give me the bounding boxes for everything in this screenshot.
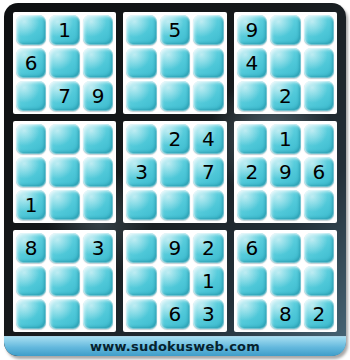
cell-r2c7[interactable]: 4 bbox=[237, 48, 267, 78]
cell-r7c8[interactable] bbox=[270, 233, 300, 263]
cell-r1c4[interactable] bbox=[126, 15, 156, 45]
cell-r9c4[interactable] bbox=[126, 299, 156, 329]
cell-r4c1[interactable] bbox=[16, 124, 46, 154]
box-2: 5 bbox=[123, 12, 226, 114]
cell-r1c7[interactable]: 9 bbox=[237, 15, 267, 45]
cell-r5c3[interactable] bbox=[83, 157, 113, 187]
cell-r5c1[interactable] bbox=[16, 157, 46, 187]
box-3: 942 bbox=[234, 12, 337, 114]
cell-r6c4[interactable] bbox=[126, 190, 156, 220]
cell-r4c9[interactable] bbox=[304, 124, 334, 154]
cell-r1c2[interactable]: 1 bbox=[49, 15, 79, 45]
cell-r8c9[interactable] bbox=[304, 266, 334, 296]
cell-r5c9[interactable]: 6 bbox=[304, 157, 334, 187]
cell-r8c2[interactable] bbox=[49, 266, 79, 296]
box-6: 1296 bbox=[234, 121, 337, 223]
cell-r3c1[interactable] bbox=[16, 81, 46, 111]
cell-r2c4[interactable] bbox=[126, 48, 156, 78]
cell-r2c8[interactable] bbox=[270, 48, 300, 78]
website-link[interactable]: www.sudokusweb.com bbox=[90, 339, 260, 354]
cell-r8c7[interactable] bbox=[237, 266, 267, 296]
cell-r6c7[interactable] bbox=[237, 190, 267, 220]
cell-r1c5[interactable]: 5 bbox=[160, 15, 190, 45]
cell-r9c9[interactable]: 2 bbox=[304, 299, 334, 329]
cell-r7c7[interactable]: 6 bbox=[237, 233, 267, 263]
cell-r7c9[interactable] bbox=[304, 233, 334, 263]
box-4: 1 bbox=[13, 121, 116, 223]
cell-r1c1[interactable] bbox=[16, 15, 46, 45]
cell-r6c5[interactable] bbox=[160, 190, 190, 220]
cell-r1c3[interactable] bbox=[83, 15, 113, 45]
cell-r1c8[interactable] bbox=[270, 15, 300, 45]
cell-r3c9[interactable] bbox=[304, 81, 334, 111]
cell-r2c9[interactable] bbox=[304, 48, 334, 78]
box-5: 2437 bbox=[123, 121, 226, 223]
cell-r5c7[interactable]: 2 bbox=[237, 157, 267, 187]
cell-r7c5[interactable]: 9 bbox=[160, 233, 190, 263]
cell-r4c3[interactable] bbox=[83, 124, 113, 154]
cell-r8c4[interactable] bbox=[126, 266, 156, 296]
cell-r9c6[interactable]: 3 bbox=[193, 299, 223, 329]
cell-r6c3[interactable] bbox=[83, 190, 113, 220]
sudoku-grid: 167959421243712968392163682 bbox=[13, 12, 337, 332]
cell-r5c5[interactable] bbox=[160, 157, 190, 187]
cell-r7c4[interactable] bbox=[126, 233, 156, 263]
cell-r3c5[interactable] bbox=[160, 81, 190, 111]
cell-r3c4[interactable] bbox=[126, 81, 156, 111]
cell-r9c8[interactable]: 8 bbox=[270, 299, 300, 329]
cell-r9c1[interactable] bbox=[16, 299, 46, 329]
cell-r9c3[interactable] bbox=[83, 299, 113, 329]
cell-r4c5[interactable]: 2 bbox=[160, 124, 190, 154]
cell-r5c6[interactable]: 7 bbox=[193, 157, 223, 187]
box-7: 83 bbox=[13, 230, 116, 332]
cell-r7c3[interactable]: 3 bbox=[83, 233, 113, 263]
box-1: 1679 bbox=[13, 12, 116, 114]
cell-r8c5[interactable] bbox=[160, 266, 190, 296]
cell-r5c4[interactable]: 3 bbox=[126, 157, 156, 187]
cell-r9c2[interactable] bbox=[49, 299, 79, 329]
box-9: 682 bbox=[234, 230, 337, 332]
cell-r6c1[interactable]: 1 bbox=[16, 190, 46, 220]
cell-r1c6[interactable] bbox=[193, 15, 223, 45]
cell-r6c2[interactable] bbox=[49, 190, 79, 220]
cell-r5c2[interactable] bbox=[49, 157, 79, 187]
cell-r6c9[interactable] bbox=[304, 190, 334, 220]
cell-r2c6[interactable] bbox=[193, 48, 223, 78]
cell-r3c8[interactable]: 2 bbox=[270, 81, 300, 111]
cell-r4c7[interactable] bbox=[237, 124, 267, 154]
cell-r7c6[interactable]: 2 bbox=[193, 233, 223, 263]
cell-r3c2[interactable]: 7 bbox=[49, 81, 79, 111]
cell-r8c3[interactable] bbox=[83, 266, 113, 296]
cell-r8c6[interactable]: 1 bbox=[193, 266, 223, 296]
cell-r7c2[interactable] bbox=[49, 233, 79, 263]
cell-r3c6[interactable] bbox=[193, 81, 223, 111]
cell-r4c6[interactable]: 4 bbox=[193, 124, 223, 154]
cell-r2c3[interactable] bbox=[83, 48, 113, 78]
cell-r9c5[interactable]: 6 bbox=[160, 299, 190, 329]
sudoku-board: 167959421243712968392163682 www.sudokusw… bbox=[4, 3, 346, 356]
cell-r2c2[interactable] bbox=[49, 48, 79, 78]
cell-r4c2[interactable] bbox=[49, 124, 79, 154]
cell-r8c8[interactable] bbox=[270, 266, 300, 296]
cell-r3c7[interactable] bbox=[237, 81, 267, 111]
cell-r7c1[interactable]: 8 bbox=[16, 233, 46, 263]
cell-r2c5[interactable] bbox=[160, 48, 190, 78]
cell-r4c8[interactable]: 1 bbox=[270, 124, 300, 154]
cell-r2c1[interactable]: 6 bbox=[16, 48, 46, 78]
cell-r9c7[interactable] bbox=[237, 299, 267, 329]
cell-r5c8[interactable]: 9 bbox=[270, 157, 300, 187]
cell-r3c3[interactable]: 9 bbox=[83, 81, 113, 111]
cell-r6c8[interactable] bbox=[270, 190, 300, 220]
cell-r6c6[interactable] bbox=[193, 190, 223, 220]
cell-r4c4[interactable] bbox=[126, 124, 156, 154]
footer-bar: www.sudokusweb.com bbox=[4, 336, 346, 356]
box-8: 92163 bbox=[123, 230, 226, 332]
cell-r8c1[interactable] bbox=[16, 266, 46, 296]
cell-r1c9[interactable] bbox=[304, 15, 334, 45]
